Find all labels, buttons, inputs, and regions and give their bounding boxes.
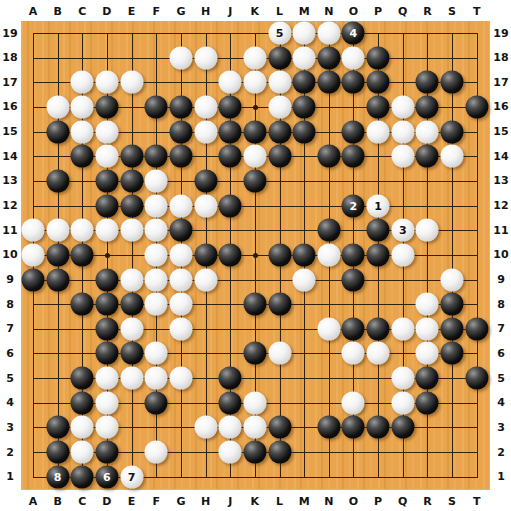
column-label-G: G	[172, 5, 190, 18]
black-stone-B15[interactable]	[46, 120, 69, 143]
black-stone-P10[interactable]	[367, 243, 390, 266]
white-stone-E9[interactable]	[120, 268, 143, 291]
white-stone-D11[interactable]	[95, 219, 118, 242]
column-label-S: S	[443, 5, 461, 18]
white-stone-S14[interactable]	[441, 145, 464, 168]
black-stone-L14[interactable]	[268, 145, 291, 168]
black-stone-B10[interactable]	[46, 243, 69, 266]
black-stone-P18[interactable]	[367, 46, 390, 69]
white-stone-D14[interactable]	[95, 145, 118, 168]
black-stone-D16[interactable]	[95, 95, 118, 118]
white-stone-H3[interactable]	[194, 416, 217, 439]
black-stone-T7[interactable]	[465, 317, 488, 340]
white-stone-G5[interactable]	[169, 367, 192, 390]
column-label-E: E	[123, 5, 141, 18]
black-stone-B13[interactable]	[46, 169, 69, 192]
column-label-Q: Q	[394, 5, 412, 18]
black-stone-E12[interactable]	[120, 194, 143, 217]
row-label-2: 2	[492, 446, 510, 459]
white-stone-H18[interactable]	[194, 46, 217, 69]
row-label-14: 14	[492, 150, 510, 163]
row-label-11: 11	[1, 224, 19, 237]
row-label-11: 11	[492, 224, 510, 237]
row-label-15: 15	[1, 125, 19, 138]
white-stone-Q15[interactable]	[391, 120, 414, 143]
white-stone-D4[interactable]	[95, 391, 118, 414]
row-label-7: 7	[1, 322, 19, 335]
white-stone-K18[interactable]	[243, 46, 266, 69]
white-stone-H12[interactable]	[194, 194, 217, 217]
white-stone-G8[interactable]	[169, 293, 192, 316]
column-label-R: R	[418, 495, 436, 508]
black-stone-N17[interactable]	[317, 71, 340, 94]
white-stone-K3[interactable]	[243, 416, 266, 439]
black-stone-P16[interactable]	[367, 95, 390, 118]
white-stone-S9[interactable]	[441, 268, 464, 291]
black-stone-O15[interactable]	[342, 120, 365, 143]
white-stone-N10[interactable]	[317, 243, 340, 266]
star-point	[253, 105, 258, 110]
black-stone-R4[interactable]	[416, 391, 439, 414]
white-stone-F10[interactable]	[145, 243, 168, 266]
white-stone-Q7[interactable]	[391, 317, 414, 340]
star-point	[253, 253, 258, 258]
black-stone-N3[interactable]	[317, 416, 340, 439]
white-stone-R11[interactable]	[416, 219, 439, 242]
white-stone-Q11[interactable]: 3	[391, 219, 414, 242]
white-stone-O18[interactable]	[342, 46, 365, 69]
black-stone-G11[interactable]	[169, 219, 192, 242]
white-stone-B16[interactable]	[46, 95, 69, 118]
black-stone-A9[interactable]	[22, 268, 45, 291]
row-label-4: 4	[1, 396, 19, 409]
column-label-F: F	[147, 5, 165, 18]
row-label-13: 13	[1, 174, 19, 187]
row-label-9: 9	[1, 273, 19, 286]
white-stone-H16[interactable]	[194, 95, 217, 118]
black-stone-C4[interactable]	[71, 391, 94, 414]
black-stone-R16[interactable]	[416, 95, 439, 118]
black-stone-G16[interactable]	[169, 95, 192, 118]
row-label-2: 2	[1, 446, 19, 459]
white-stone-F5[interactable]	[145, 367, 168, 390]
white-stone-K14[interactable]	[243, 145, 266, 168]
row-label-8: 8	[1, 298, 19, 311]
black-stone-M10[interactable]	[293, 243, 316, 266]
black-stone-N14[interactable]	[317, 145, 340, 168]
row-label-12: 12	[492, 199, 510, 212]
black-stone-E14[interactable]	[120, 145, 143, 168]
row-label-3: 3	[1, 421, 19, 434]
black-stone-M15[interactable]	[293, 120, 316, 143]
go-diagram: 54213867 AABBCCDDEEFFGGHHJJKKLLMMNNOOPPQ…	[0, 0, 511, 511]
black-stone-C1[interactable]	[71, 465, 94, 488]
white-stone-E17[interactable]	[120, 71, 143, 94]
black-stone-M17[interactable]	[293, 71, 316, 94]
black-stone-J16[interactable]	[219, 95, 242, 118]
white-stone-G18[interactable]	[169, 46, 192, 69]
white-stone-L16[interactable]	[268, 95, 291, 118]
column-label-D: D	[98, 495, 116, 508]
black-stone-J5[interactable]	[219, 367, 242, 390]
white-stone-F8[interactable]	[145, 293, 168, 316]
row-label-4: 4	[492, 396, 510, 409]
row-label-17: 17	[492, 76, 510, 89]
row-label-9: 9	[492, 273, 510, 286]
column-label-M: M	[295, 495, 313, 508]
column-label-N: N	[320, 5, 338, 18]
white-stone-R6[interactable]	[416, 342, 439, 365]
white-stone-F9[interactable]	[145, 268, 168, 291]
white-stone-Q4[interactable]	[391, 391, 414, 414]
white-stone-F2[interactable]	[145, 441, 168, 464]
black-stone-M16[interactable]	[293, 95, 316, 118]
column-label-D: D	[98, 5, 116, 18]
column-label-K: K	[246, 5, 264, 18]
white-stone-B11[interactable]	[46, 219, 69, 242]
black-stone-S7[interactable]	[441, 317, 464, 340]
black-stone-C5[interactable]	[71, 367, 94, 390]
grid-line-vertical	[452, 33, 453, 478]
row-label-10: 10	[1, 248, 19, 261]
white-stone-G10[interactable]	[169, 243, 192, 266]
row-label-19: 19	[1, 27, 19, 40]
black-stone-F14[interactable]	[145, 145, 168, 168]
black-stone-F4[interactable]	[145, 391, 168, 414]
row-label-13: 13	[492, 174, 510, 187]
black-stone-G14[interactable]	[169, 145, 192, 168]
column-label-C: C	[73, 5, 91, 18]
black-stone-N11[interactable]	[317, 219, 340, 242]
black-stone-J15[interactable]	[219, 120, 242, 143]
black-stone-J10[interactable]	[219, 243, 242, 266]
row-label-17: 17	[1, 76, 19, 89]
row-label-12: 12	[1, 199, 19, 212]
white-stone-D17[interactable]	[95, 71, 118, 94]
white-stone-H15[interactable]	[194, 120, 217, 143]
white-stone-R7[interactable]	[416, 317, 439, 340]
column-label-L: L	[271, 495, 289, 508]
black-stone-S17[interactable]	[441, 71, 464, 94]
column-label-P: P	[369, 495, 387, 508]
black-stone-J4[interactable]	[219, 391, 242, 414]
black-stone-K2[interactable]	[243, 441, 266, 464]
row-label-16: 16	[1, 100, 19, 113]
black-stone-Q3[interactable]	[391, 416, 414, 439]
star-point	[105, 253, 110, 258]
black-stone-K15[interactable]	[243, 120, 266, 143]
go-board[interactable]: 54213867	[21, 21, 490, 490]
black-stone-B1[interactable]: 8	[46, 465, 69, 488]
column-label-B: B	[49, 5, 67, 18]
row-label-10: 10	[492, 248, 510, 261]
black-stone-K13[interactable]	[243, 169, 266, 192]
white-stone-G9[interactable]	[169, 268, 192, 291]
white-stone-D15[interactable]	[95, 120, 118, 143]
white-stone-P15[interactable]	[367, 120, 390, 143]
black-stone-P17[interactable]	[367, 71, 390, 94]
row-label-5: 5	[1, 372, 19, 385]
column-label-J: J	[221, 495, 239, 508]
black-stone-S6[interactable]	[441, 342, 464, 365]
row-label-7: 7	[492, 322, 510, 335]
white-stone-O4[interactable]	[342, 391, 365, 414]
black-stone-K8[interactable]	[243, 293, 266, 316]
column-label-A: A	[24, 495, 42, 508]
black-stone-P11[interactable]	[367, 219, 390, 242]
black-stone-D8[interactable]	[95, 293, 118, 316]
column-label-N: N	[320, 495, 338, 508]
white-stone-L17[interactable]	[268, 71, 291, 94]
column-label-J: J	[221, 5, 239, 18]
column-label-M: M	[295, 5, 313, 18]
white-stone-Q5[interactable]	[391, 367, 414, 390]
white-stone-C2[interactable]	[71, 441, 94, 464]
white-stone-C15[interactable]	[71, 120, 94, 143]
column-label-A: A	[24, 5, 42, 18]
row-label-15: 15	[492, 125, 510, 138]
black-stone-J14[interactable]	[219, 145, 242, 168]
white-stone-E1[interactable]: 7	[120, 465, 143, 488]
black-stone-S15[interactable]	[441, 120, 464, 143]
black-stone-C10[interactable]	[71, 243, 94, 266]
black-stone-P3[interactable]	[367, 416, 390, 439]
black-stone-B3[interactable]	[46, 416, 69, 439]
column-label-Q: Q	[394, 495, 412, 508]
white-stone-J2[interactable]	[219, 441, 242, 464]
black-stone-C8[interactable]	[71, 293, 94, 316]
column-label-K: K	[246, 495, 264, 508]
white-stone-R8[interactable]	[416, 293, 439, 316]
black-stone-O19[interactable]: 4	[342, 22, 365, 45]
row-label-5: 5	[492, 372, 510, 385]
black-stone-O9[interactable]	[342, 268, 365, 291]
white-stone-Q10[interactable]	[391, 243, 414, 266]
column-label-O: O	[344, 5, 362, 18]
white-stone-Q14[interactable]	[391, 145, 414, 168]
black-stone-O17[interactable]	[342, 71, 365, 94]
black-stone-B2[interactable]	[46, 441, 69, 464]
column-label-P: P	[369, 5, 387, 18]
white-stone-P6[interactable]	[367, 342, 390, 365]
black-stone-H13[interactable]	[194, 169, 217, 192]
black-stone-E13[interactable]	[120, 169, 143, 192]
black-stone-N18[interactable]	[317, 46, 340, 69]
column-label-H: H	[197, 495, 215, 508]
row-label-16: 16	[492, 100, 510, 113]
black-stone-S8[interactable]	[441, 293, 464, 316]
black-stone-D12[interactable]	[95, 194, 118, 217]
black-stone-L18[interactable]	[268, 46, 291, 69]
white-stone-H9[interactable]	[194, 268, 217, 291]
black-stone-O10[interactable]	[342, 243, 365, 266]
column-label-O: O	[344, 495, 362, 508]
black-stone-O12[interactable]: 2	[342, 194, 365, 217]
black-stone-F16[interactable]	[145, 95, 168, 118]
black-stone-J12[interactable]	[219, 194, 242, 217]
white-stone-M18[interactable]	[293, 46, 316, 69]
black-stone-T16[interactable]	[465, 95, 488, 118]
white-stone-K17[interactable]	[243, 71, 266, 94]
row-label-18: 18	[1, 51, 19, 64]
black-stone-D7[interactable]	[95, 317, 118, 340]
column-label-G: G	[172, 495, 190, 508]
black-stone-H10[interactable]	[194, 243, 217, 266]
white-stone-E5[interactable]	[120, 367, 143, 390]
white-stone-C3[interactable]	[71, 416, 94, 439]
black-stone-D1[interactable]: 6	[95, 465, 118, 488]
row-label-18: 18	[492, 51, 510, 64]
column-label-E: E	[123, 495, 141, 508]
white-stone-F11[interactable]	[145, 219, 168, 242]
white-stone-C17[interactable]	[71, 71, 94, 94]
black-stone-T5[interactable]	[465, 367, 488, 390]
black-stone-G15[interactable]	[169, 120, 192, 143]
white-stone-G12[interactable]	[169, 194, 192, 217]
row-label-14: 14	[1, 150, 19, 163]
white-stone-O6[interactable]	[342, 342, 365, 365]
white-stone-R15[interactable]	[416, 120, 439, 143]
black-stone-L3[interactable]	[268, 416, 291, 439]
white-stone-G7[interactable]	[169, 317, 192, 340]
black-stone-R14[interactable]	[416, 145, 439, 168]
row-label-19: 19	[492, 27, 510, 40]
white-stone-J17[interactable]	[219, 71, 242, 94]
black-stone-L10[interactable]	[268, 243, 291, 266]
row-label-6: 6	[492, 347, 510, 360]
black-stone-R5[interactable]	[416, 367, 439, 390]
black-stone-D6[interactable]	[95, 342, 118, 365]
white-stone-F6[interactable]	[145, 342, 168, 365]
black-stone-L15[interactable]	[268, 120, 291, 143]
white-stone-M9[interactable]	[293, 268, 316, 291]
black-stone-C14[interactable]	[71, 145, 94, 168]
white-stone-N7[interactable]	[317, 317, 340, 340]
black-stone-E8[interactable]	[120, 293, 143, 316]
white-stone-J3[interactable]	[219, 416, 242, 439]
white-stone-K4[interactable]	[243, 391, 266, 414]
column-label-L: L	[271, 5, 289, 18]
black-stone-D2[interactable]	[95, 441, 118, 464]
row-label-1: 1	[1, 470, 19, 483]
black-stone-D9[interactable]	[95, 268, 118, 291]
black-stone-E6[interactable]	[120, 342, 143, 365]
black-stone-R17[interactable]	[416, 71, 439, 94]
white-stone-E7[interactable]	[120, 317, 143, 340]
column-label-T: T	[468, 495, 486, 508]
black-stone-O14[interactable]	[342, 145, 365, 168]
white-stone-N19[interactable]	[317, 22, 340, 45]
white-stone-F13[interactable]	[145, 169, 168, 192]
column-label-C: C	[73, 495, 91, 508]
black-stone-O7[interactable]	[342, 317, 365, 340]
white-stone-M19[interactable]	[293, 22, 316, 45]
column-label-R: R	[418, 5, 436, 18]
row-label-3: 3	[492, 421, 510, 434]
column-label-F: F	[147, 495, 165, 508]
column-label-B: B	[49, 495, 67, 508]
white-stone-C16[interactable]	[71, 95, 94, 118]
row-label-6: 6	[1, 347, 19, 360]
white-stone-L19[interactable]: 5	[268, 22, 291, 45]
row-label-8: 8	[492, 298, 510, 311]
black-stone-L2[interactable]	[268, 441, 291, 464]
white-stone-E11[interactable]	[120, 219, 143, 242]
black-stone-D13[interactable]	[95, 169, 118, 192]
row-label-1: 1	[492, 470, 510, 483]
white-stone-A11[interactable]	[22, 219, 45, 242]
black-stone-B9[interactable]	[46, 268, 69, 291]
white-stone-D3[interactable]	[95, 416, 118, 439]
white-stone-F12[interactable]	[145, 194, 168, 217]
black-stone-P7[interactable]	[367, 317, 390, 340]
column-label-T: T	[468, 5, 486, 18]
white-stone-A10[interactable]	[22, 243, 45, 266]
black-stone-O3[interactable]	[342, 416, 365, 439]
black-stone-L8[interactable]	[268, 293, 291, 316]
column-label-S: S	[443, 495, 461, 508]
white-stone-Q16[interactable]	[391, 95, 414, 118]
column-label-H: H	[197, 5, 215, 18]
white-stone-C11[interactable]	[71, 219, 94, 242]
white-stone-P12[interactable]: 1	[367, 194, 390, 217]
white-stone-D5[interactable]	[95, 367, 118, 390]
black-stone-K6[interactable]	[243, 342, 266, 365]
white-stone-L6[interactable]	[268, 342, 291, 365]
